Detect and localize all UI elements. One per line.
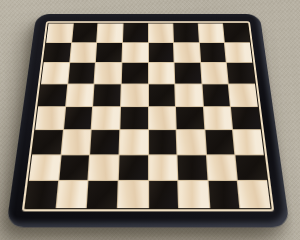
- square-e5[interactable]: [148, 84, 175, 105]
- square-b5[interactable]: [66, 84, 94, 105]
- square-c7[interactable]: [96, 43, 122, 62]
- square-f2[interactable]: [178, 155, 208, 180]
- square-g1[interactable]: [208, 181, 239, 208]
- square-d1[interactable]: [118, 181, 148, 208]
- square-d5[interactable]: [121, 84, 148, 105]
- square-b7[interactable]: [70, 43, 96, 62]
- fabric-background: [0, 0, 300, 240]
- square-f1[interactable]: [178, 181, 208, 208]
- square-c2[interactable]: [89, 155, 119, 180]
- square-c4[interactable]: [92, 107, 120, 130]
- square-a1[interactable]: [26, 181, 58, 208]
- square-f7[interactable]: [174, 43, 200, 62]
- square-b2[interactable]: [59, 155, 89, 180]
- square-d8[interactable]: [123, 23, 148, 42]
- square-b8[interactable]: [72, 23, 98, 42]
- square-a6[interactable]: [41, 63, 69, 83]
- square-h5[interactable]: [229, 84, 258, 105]
- square-g7[interactable]: [200, 43, 226, 62]
- square-a7[interactable]: [44, 43, 71, 62]
- square-e6[interactable]: [148, 63, 174, 83]
- square-g4[interactable]: [204, 107, 233, 130]
- square-d2[interactable]: [119, 155, 148, 180]
- square-a5[interactable]: [38, 84, 67, 105]
- square-f3[interactable]: [177, 130, 206, 154]
- square-a8[interactable]: [46, 23, 72, 42]
- square-f4[interactable]: [176, 107, 204, 130]
- square-h4[interactable]: [231, 107, 260, 130]
- square-e7[interactable]: [148, 43, 173, 62]
- square-b6[interactable]: [68, 63, 95, 83]
- square-b3[interactable]: [61, 130, 91, 154]
- square-h6[interactable]: [227, 63, 255, 83]
- square-c8[interactable]: [97, 23, 122, 42]
- chess-board: [6, 14, 290, 227]
- square-a2[interactable]: [29, 155, 60, 180]
- square-d6[interactable]: [122, 63, 148, 83]
- square-c5[interactable]: [93, 84, 120, 105]
- square-c3[interactable]: [90, 130, 119, 154]
- square-e8[interactable]: [148, 23, 173, 42]
- square-g3[interactable]: [205, 130, 235, 154]
- square-g6[interactable]: [201, 63, 228, 83]
- square-e3[interactable]: [149, 130, 177, 154]
- square-c6[interactable]: [95, 63, 122, 83]
- square-g5[interactable]: [202, 84, 230, 105]
- square-a3[interactable]: [32, 130, 62, 154]
- square-f5[interactable]: [175, 84, 202, 105]
- square-h8[interactable]: [223, 23, 249, 42]
- square-e2[interactable]: [149, 155, 178, 180]
- square-e1[interactable]: [149, 181, 179, 208]
- square-d4[interactable]: [120, 107, 147, 130]
- square-h3[interactable]: [233, 130, 263, 154]
- square-d3[interactable]: [119, 130, 147, 154]
- square-b1[interactable]: [56, 181, 87, 208]
- square-a4[interactable]: [35, 107, 64, 130]
- square-h1[interactable]: [238, 181, 270, 208]
- square-g2[interactable]: [207, 155, 237, 180]
- square-h7[interactable]: [225, 43, 252, 62]
- square-b4[interactable]: [64, 107, 93, 130]
- square-g8[interactable]: [198, 23, 224, 42]
- square-f8[interactable]: [173, 23, 198, 42]
- square-f6[interactable]: [175, 63, 202, 83]
- square-c1[interactable]: [87, 181, 117, 208]
- square-e4[interactable]: [148, 107, 175, 130]
- board-border-line: [22, 21, 275, 211]
- board-grid: [26, 23, 271, 208]
- square-d7[interactable]: [122, 43, 147, 62]
- board-inner-seam: [24, 23, 271, 209]
- square-h2[interactable]: [236, 155, 267, 180]
